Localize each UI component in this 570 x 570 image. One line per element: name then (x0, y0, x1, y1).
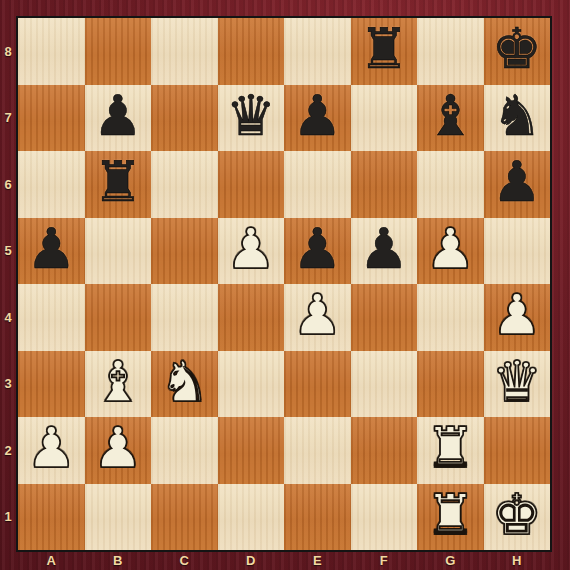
piece-white-pawn-a2[interactable]: ♟ (26, 420, 76, 476)
square-b8[interactable] (85, 18, 152, 85)
piece-black-pawn-a5[interactable]: ♟ (26, 221, 76, 277)
rank-label-2: 2 (0, 417, 16, 484)
square-f7[interactable] (351, 85, 418, 152)
square-f8[interactable]: ♜ (351, 18, 418, 85)
piece-black-knight-h7[interactable]: ♞ (492, 88, 542, 144)
piece-white-king-h1[interactable]: ♚ (492, 487, 542, 543)
square-a6[interactable] (18, 151, 85, 218)
square-d2[interactable] (218, 417, 285, 484)
rank-label-6: 6 (0, 151, 16, 218)
square-g3[interactable] (417, 351, 484, 418)
rank-label-4: 4 (0, 284, 16, 351)
square-a7[interactable] (18, 85, 85, 152)
piece-black-pawn-f5[interactable]: ♟ (359, 221, 409, 277)
file-label-h: H (484, 550, 551, 570)
file-label-c: C (151, 550, 218, 570)
piece-black-bishop-g7[interactable]: ♝ (425, 88, 475, 144)
square-f5[interactable]: ♟ (351, 218, 418, 285)
square-f3[interactable] (351, 351, 418, 418)
square-g7[interactable]: ♝ (417, 85, 484, 152)
square-g1[interactable]: ♜ (417, 484, 484, 551)
square-g2[interactable]: ♜ (417, 417, 484, 484)
piece-black-queen-d7[interactable]: ♛ (226, 88, 276, 144)
square-e6[interactable] (284, 151, 351, 218)
square-c1[interactable] (151, 484, 218, 551)
piece-white-rook-g2[interactable]: ♜ (425, 420, 475, 476)
square-e8[interactable] (284, 18, 351, 85)
file-label-b: B (85, 550, 152, 570)
chess-board-frame: 87654321 ABCDEFGH ♜♚♟♛♟♝♞♜♟♟♟♟♟♟♟♟♝♞♛♟♟♜… (0, 0, 570, 570)
square-h8[interactable]: ♚ (484, 18, 551, 85)
piece-white-pawn-e4[interactable]: ♟ (292, 287, 342, 343)
square-c2[interactable] (151, 417, 218, 484)
piece-black-rook-b6[interactable]: ♜ (93, 154, 143, 210)
square-g5[interactable]: ♟ (417, 218, 484, 285)
piece-white-pawn-g5[interactable]: ♟ (425, 221, 475, 277)
square-h4[interactable]: ♟ (484, 284, 551, 351)
square-c8[interactable] (151, 18, 218, 85)
square-h5[interactable] (484, 218, 551, 285)
square-c4[interactable] (151, 284, 218, 351)
rank-label-8: 8 (0, 18, 16, 85)
square-e5[interactable]: ♟ (284, 218, 351, 285)
piece-white-rook-g1[interactable]: ♜ (425, 487, 475, 543)
square-c5[interactable] (151, 218, 218, 285)
rank-label-1: 1 (0, 484, 16, 551)
square-f6[interactable] (351, 151, 418, 218)
piece-white-pawn-h4[interactable]: ♟ (492, 287, 542, 343)
square-d4[interactable] (218, 284, 285, 351)
rank-label-7: 7 (0, 85, 16, 152)
square-g6[interactable] (417, 151, 484, 218)
square-h1[interactable]: ♚ (484, 484, 551, 551)
file-label-a: A (18, 550, 85, 570)
square-f2[interactable] (351, 417, 418, 484)
square-e2[interactable] (284, 417, 351, 484)
square-h3[interactable]: ♛ (484, 351, 551, 418)
piece-black-pawn-e5[interactable]: ♟ (292, 221, 342, 277)
piece-black-pawn-e7[interactable]: ♟ (292, 88, 342, 144)
file-labels: ABCDEFGH (18, 550, 550, 570)
square-b2[interactable]: ♟ (85, 417, 152, 484)
piece-white-queen-h3[interactable]: ♛ (492, 354, 542, 410)
rank-labels: 87654321 (0, 18, 16, 550)
square-b5[interactable] (85, 218, 152, 285)
piece-black-pawn-h6[interactable]: ♟ (492, 154, 542, 210)
square-d6[interactable] (218, 151, 285, 218)
file-label-f: F (351, 550, 418, 570)
square-c3[interactable]: ♞ (151, 351, 218, 418)
square-d5[interactable]: ♟ (218, 218, 285, 285)
piece-white-knight-c3[interactable]: ♞ (159, 354, 209, 410)
square-e1[interactable] (284, 484, 351, 551)
square-b6[interactable]: ♜ (85, 151, 152, 218)
square-a5[interactable]: ♟ (18, 218, 85, 285)
square-a3[interactable] (18, 351, 85, 418)
square-g4[interactable] (417, 284, 484, 351)
file-label-e: E (284, 550, 351, 570)
square-d1[interactable] (218, 484, 285, 551)
file-label-g: G (417, 550, 484, 570)
square-h2[interactable] (484, 417, 551, 484)
piece-black-rook-f8[interactable]: ♜ (359, 21, 409, 77)
piece-white-pawn-d5[interactable]: ♟ (226, 221, 276, 277)
square-h6[interactable]: ♟ (484, 151, 551, 218)
square-a2[interactable]: ♟ (18, 417, 85, 484)
rank-label-3: 3 (0, 351, 16, 418)
square-e3[interactable] (284, 351, 351, 418)
piece-black-pawn-b7[interactable]: ♟ (93, 88, 143, 144)
square-c6[interactable] (151, 151, 218, 218)
square-e4[interactable]: ♟ (284, 284, 351, 351)
file-label-d: D (218, 550, 285, 570)
square-b4[interactable] (85, 284, 152, 351)
square-h7[interactable]: ♞ (484, 85, 551, 152)
square-b7[interactable]: ♟ (85, 85, 152, 152)
square-f1[interactable] (351, 484, 418, 551)
rank-label-5: 5 (0, 218, 16, 285)
square-d7[interactable]: ♛ (218, 85, 285, 152)
piece-white-bishop-b3[interactable]: ♝ (93, 354, 143, 410)
square-g8[interactable] (417, 18, 484, 85)
chess-board: ♜♚♟♛♟♝♞♜♟♟♟♟♟♟♟♟♝♞♛♟♟♜♜♚ (16, 16, 552, 552)
square-f4[interactable] (351, 284, 418, 351)
square-b1[interactable] (85, 484, 152, 551)
piece-black-king-h8[interactable]: ♚ (492, 21, 542, 77)
square-e7[interactable]: ♟ (284, 85, 351, 152)
square-c7[interactable] (151, 85, 218, 152)
square-a8[interactable] (18, 18, 85, 85)
square-b3[interactable]: ♝ (85, 351, 152, 418)
square-d3[interactable] (218, 351, 285, 418)
piece-white-pawn-b2[interactable]: ♟ (93, 420, 143, 476)
square-d8[interactable] (218, 18, 285, 85)
square-a4[interactable] (18, 284, 85, 351)
square-a1[interactable] (18, 484, 85, 551)
